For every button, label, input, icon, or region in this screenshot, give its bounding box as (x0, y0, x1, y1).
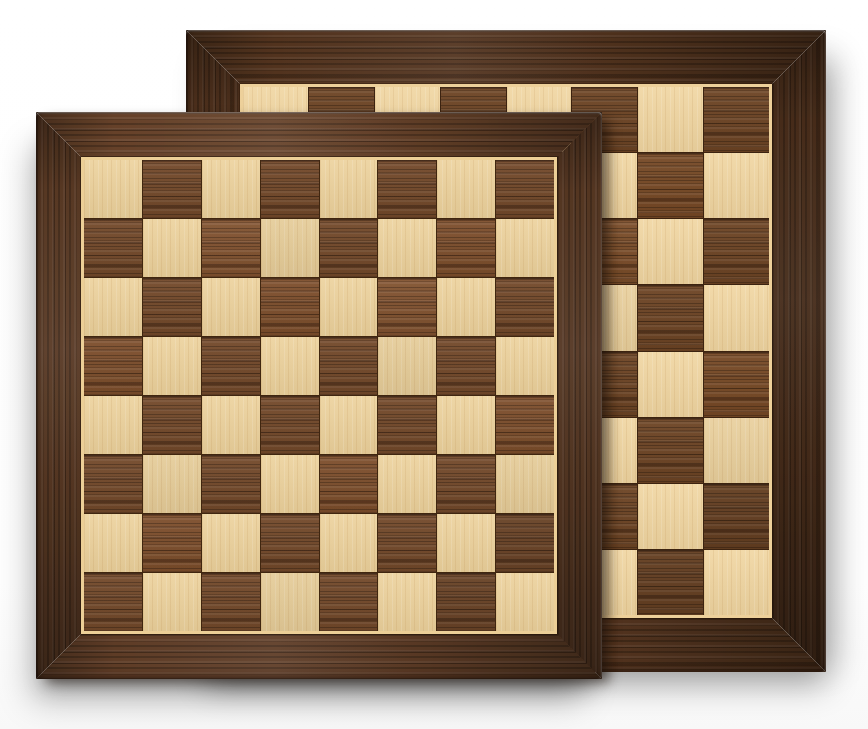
square (496, 514, 554, 572)
square (84, 160, 142, 218)
square (261, 337, 319, 395)
square (437, 160, 495, 218)
square (378, 160, 436, 218)
scene-caption: Two empty inlaid wooden chess boards wit… (0, 0, 1, 1)
board-frame-right (772, 30, 826, 672)
square (202, 219, 260, 277)
square (496, 573, 554, 631)
square (378, 455, 436, 513)
square (437, 219, 495, 277)
square (320, 278, 378, 336)
square (638, 285, 703, 350)
square (84, 278, 142, 336)
square (261, 160, 319, 218)
square (84, 514, 142, 572)
square (84, 396, 142, 454)
square (202, 573, 260, 631)
square (437, 455, 495, 513)
square (320, 455, 378, 513)
square (84, 455, 142, 513)
square (320, 219, 378, 277)
scene: Two empty inlaid wooden chess boards wit… (0, 0, 868, 729)
board-frame-top (36, 112, 602, 157)
square (638, 153, 703, 218)
square (704, 418, 769, 483)
square (261, 514, 319, 572)
square (320, 160, 378, 218)
square (143, 219, 201, 277)
square (84, 337, 142, 395)
square (437, 337, 495, 395)
checker-field (84, 160, 554, 631)
square (704, 484, 769, 549)
square (704, 550, 769, 615)
square (638, 418, 703, 483)
square (638, 219, 703, 284)
square (320, 514, 378, 572)
square (704, 352, 769, 417)
square (496, 337, 554, 395)
square (638, 550, 703, 615)
square (143, 160, 201, 218)
square (84, 573, 142, 631)
square (704, 285, 769, 350)
square (84, 219, 142, 277)
square (143, 455, 201, 513)
square (378, 396, 436, 454)
square (261, 278, 319, 336)
square (202, 337, 260, 395)
square (202, 160, 260, 218)
square (320, 337, 378, 395)
square (143, 514, 201, 572)
square (202, 514, 260, 572)
square (202, 278, 260, 336)
square (378, 573, 436, 631)
board-frame-top (186, 30, 826, 84)
square (496, 396, 554, 454)
square (378, 219, 436, 277)
board-frame-bottom (36, 634, 602, 679)
square (143, 337, 201, 395)
square (437, 396, 495, 454)
square (638, 352, 703, 417)
square (378, 514, 436, 572)
square (704, 153, 769, 218)
square (496, 455, 554, 513)
square (202, 396, 260, 454)
square (638, 484, 703, 549)
square (704, 87, 769, 152)
square (261, 455, 319, 513)
board-frame-left (36, 112, 81, 679)
square (143, 396, 201, 454)
square (437, 514, 495, 572)
square (437, 573, 495, 631)
square (378, 337, 436, 395)
square (261, 396, 319, 454)
board-frame-right (557, 112, 602, 679)
maple-trim-border (81, 157, 557, 634)
square (261, 219, 319, 277)
square (143, 278, 201, 336)
square (704, 219, 769, 284)
square (202, 455, 260, 513)
square (496, 278, 554, 336)
square (320, 573, 378, 631)
chess-board-small (36, 112, 602, 679)
square (320, 396, 378, 454)
square (378, 278, 436, 336)
square (638, 87, 703, 152)
square (437, 278, 495, 336)
square (496, 219, 554, 277)
square (496, 160, 554, 218)
square (261, 573, 319, 631)
square (143, 573, 201, 631)
